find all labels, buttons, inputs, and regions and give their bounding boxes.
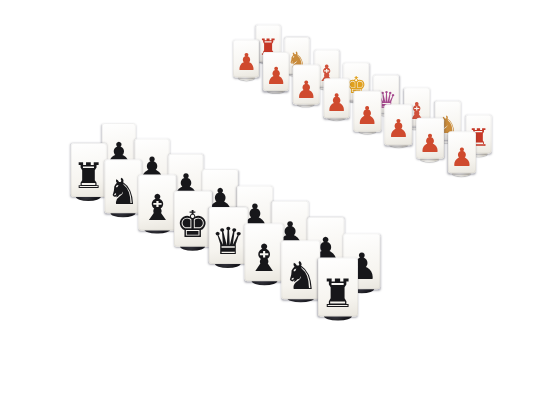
rank-key-right-5-label: 5: [426, 246, 439, 257]
rank-key-right-2: 2: [469, 170, 504, 198]
square-a4[interactable]: [398, 197, 451, 235]
piece-black-rook-a8[interactable]: ♜: [318, 257, 358, 316]
square-h3[interactable]: [196, 80, 250, 111]
piece-black-knight-b8[interactable]: ♞: [281, 240, 321, 299]
standee-card: ♞: [104, 159, 141, 214]
piece-black-queen-d8[interactable]: ♛: [209, 207, 247, 264]
file-key-bottom-C-label: C: [234, 296, 252, 310]
rank-key-right-2-label: 2: [481, 179, 492, 188]
standee-card: ♟: [448, 131, 476, 173]
rank-key-left-4: 4: [154, 89, 196, 115]
rank-key-left-5-label: 5: [142, 117, 157, 126]
piece-white-pawn-b2[interactable]: ♟: [416, 118, 444, 159]
file-key-bottom-E: E: [143, 251, 196, 284]
file-key-bottom-H-label: H: [54, 210, 73, 222]
white-pawn-icon: ♟: [295, 78, 317, 102]
white-pawn-icon: ♟: [326, 91, 348, 115]
file-key-bottom-A: A: [292, 322, 345, 357]
standee-card: ♟: [233, 39, 259, 78]
rank-key-right-5: 5: [412, 235, 451, 268]
piece-white-pawn-h2[interactable]: ♟: [233, 39, 259, 78]
file-key-bottom-F: F: [107, 234, 160, 266]
standee-card: ♞: [281, 240, 321, 299]
file-key-bottom-D: D: [180, 269, 233, 302]
square-b3[interactable]: [385, 162, 436, 197]
rank-key-right-7: 7: [369, 284, 412, 321]
rank-key-right-3: 3: [451, 190, 487, 220]
black-rook-icon: ♜: [321, 274, 356, 313]
square-c4[interactable]: [332, 168, 386, 204]
white-pawn-icon: ♟: [356, 104, 378, 129]
white-pawn-icon: ♟: [387, 118, 409, 143]
white-pawn-icon: ♟: [419, 131, 442, 156]
square-g4[interactable]: [203, 111, 258, 144]
rank-key-right-1-label: 1: [498, 160, 509, 169]
black-rook-icon: ♜: [73, 158, 105, 193]
rank-key-right-3-label: 3: [464, 200, 476, 210]
standee-card: ♟: [323, 78, 350, 118]
file-key-bottom-C: C: [217, 286, 270, 320]
black-queen-icon: ♛: [211, 223, 244, 260]
piece-black-bishop-f8[interactable]: ♝: [139, 175, 176, 231]
black-knight-icon: ♞: [284, 257, 318, 295]
standee-card: ♝: [245, 224, 284, 282]
chess-set-photo: HHGGFFEEDDCCBBAA1122334455667788 ♜♞♝♚♛♝♞…: [0, 0, 550, 413]
file-key-bottom-G-label: G: [89, 227, 108, 240]
rank-key-right-6-label: 6: [405, 270, 418, 282]
square-d3[interactable]: [321, 134, 373, 168]
piece-white-pawn-a2[interactable]: ♟: [448, 131, 476, 173]
rank-key-left-3-label: 3: [193, 80, 206, 88]
white-pawn-icon: ♟: [265, 65, 286, 89]
corner-key: [18, 192, 56, 215]
square-e4[interactable]: [266, 139, 321, 174]
file-key-bottom-G: G: [72, 217, 125, 248]
rank-key-left-8-label: 8: [54, 179, 71, 190]
file-key-bottom-A-label: A: [309, 332, 327, 346]
file-key-bottom-B: B: [254, 304, 307, 339]
standee-card: ♟: [293, 65, 320, 104]
piece-white-pawn-c2[interactable]: ♟: [385, 104, 413, 145]
rank-key-left-2-label: 2: [217, 64, 230, 72]
white-pawn-icon: ♟: [236, 52, 257, 75]
file-key-bottom-D-label: D: [197, 278, 215, 291]
rank-key-right-6: 6: [391, 259, 432, 294]
piece-black-king-e8[interactable]: ♚: [174, 191, 212, 247]
piece-white-pawn-d2[interactable]: ♟: [354, 91, 381, 131]
standee-card: ♟: [416, 118, 444, 159]
white-pawn-icon: ♟: [450, 145, 473, 170]
square-f4[interactable]: [234, 125, 289, 159]
square-b4[interactable]: [365, 182, 418, 219]
square-g3[interactable]: [227, 93, 280, 125]
standee-card: ♜: [318, 257, 358, 316]
piece-black-knight-g8[interactable]: ♞: [104, 159, 141, 214]
rank-key-right-8: 8: [344, 311, 389, 350]
piece-black-bishop-c8[interactable]: ♝: [245, 224, 284, 282]
standee-card: ♚: [174, 191, 212, 247]
standee-card: ♝: [139, 175, 176, 231]
black-king-icon: ♚: [176, 207, 209, 244]
file-key-bottom-E-label: E: [161, 261, 179, 274]
rank-key-left-4-label: 4: [169, 98, 183, 107]
square-d4[interactable]: [299, 153, 353, 188]
rank-key-left-3: 3: [180, 72, 221, 97]
piece-white-pawn-e2[interactable]: ♟: [323, 78, 350, 118]
corner-key: [330, 340, 365, 368]
rank-key-right-8-label: 8: [360, 324, 375, 337]
piece-white-pawn-g2[interactable]: ♟: [263, 52, 289, 91]
square-e3[interactable]: [289, 120, 342, 153]
square-a3[interactable]: [418, 176, 469, 212]
square-c3[interactable]: [353, 148, 405, 183]
standee-card: ♟: [263, 52, 289, 91]
square-f3[interactable]: [258, 106, 311, 139]
rank-key-right-1: 1: [486, 151, 519, 178]
standee-card: ♛: [209, 207, 247, 264]
rank-key-right-4: 4: [433, 212, 471, 243]
file-key-bottom-F-label: F: [125, 244, 142, 256]
piece-white-pawn-f2[interactable]: ♟: [293, 65, 320, 104]
file-key-bottom-H: H: [37, 201, 90, 232]
file-key-bottom-B-label: B: [271, 314, 289, 328]
rank-key-right-7-label: 7: [383, 296, 397, 308]
corner-key: [502, 141, 528, 159]
rank-key-right-4-label: 4: [445, 222, 457, 232]
piece-black-rook-h8[interactable]: ♜: [70, 143, 106, 197]
square-a5[interactable]: [378, 219, 433, 259]
standee-card: ♟: [385, 104, 413, 145]
square-h4[interactable]: [171, 97, 227, 130]
black-bishop-icon: ♝: [247, 240, 281, 278]
standee-card: ♜: [70, 143, 106, 197]
black-knight-icon: ♞: [107, 174, 139, 210]
black-bishop-icon: ♝: [141, 190, 173, 226]
standee-card: ♟: [354, 91, 381, 131]
